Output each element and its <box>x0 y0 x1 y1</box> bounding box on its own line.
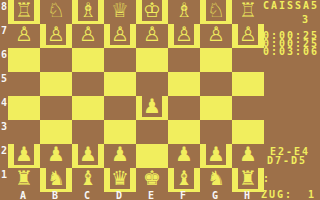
square-b4[interactable] <box>40 96 72 120</box>
file-label-b: B <box>52 191 58 200</box>
piece-block: ♙ <box>78 24 98 45</box>
piece-block: ♙ <box>110 24 130 45</box>
square-e6[interactable] <box>136 48 168 72</box>
piece-black-queen[interactable]: ♕ <box>111 0 129 20</box>
piece-block: ♘ <box>206 0 226 21</box>
piece-white-pawn[interactable]: ♟ <box>79 144 97 164</box>
rank-label-7: 7 <box>1 26 7 35</box>
piece-black-bishop[interactable]: ♗ <box>175 0 193 20</box>
file-label-g: G <box>212 191 218 200</box>
square-f1[interactable]: ♝ <box>168 168 200 192</box>
piece-black-rook[interactable]: ♖ <box>15 0 33 20</box>
square-b3[interactable] <box>40 120 72 144</box>
rank-label-4: 4 <box>1 98 7 107</box>
piece-white-knight[interactable]: ♞ <box>207 168 225 188</box>
piece-block: ♘ <box>46 0 66 21</box>
piece-block: ♟ <box>238 144 258 165</box>
piece-white-bishop[interactable]: ♝ <box>79 168 97 188</box>
rank-label-2: 2 <box>1 146 7 155</box>
square-h6[interactable] <box>232 48 264 72</box>
piece-block: ♟ <box>14 144 34 165</box>
file-label-d: D <box>116 191 122 200</box>
piece-block: ♙ <box>206 24 226 45</box>
square-f6[interactable] <box>168 48 200 72</box>
square-f7[interactable]: ♙ <box>168 24 200 48</box>
piece-black-knight[interactable]: ♘ <box>207 0 225 20</box>
file-label-h: H <box>244 191 250 200</box>
move-counter-label: ZUG: <box>261 190 293 199</box>
square-a5[interactable] <box>8 72 40 96</box>
piece-white-pawn[interactable]: ♟ <box>207 144 225 164</box>
piece-white-pawn[interactable]: ♟ <box>47 144 65 164</box>
square-d2[interactable]: ♟ <box>104 144 136 168</box>
rank-label-3: 3 <box>1 122 7 131</box>
rank-label-1: 1 <box>1 170 7 179</box>
piece-block: ♞ <box>206 168 226 189</box>
square-d6[interactable] <box>104 48 136 72</box>
square-d1[interactable]: ♛ <box>104 168 136 192</box>
square-c2[interactable]: ♟ <box>72 144 104 168</box>
square-h2[interactable]: ♟ <box>232 144 264 168</box>
square-g5[interactable] <box>200 72 232 96</box>
piece-white-rook[interactable]: ♜ <box>15 168 33 188</box>
last-move-black: D7-D5 <box>267 156 307 165</box>
chess-board: ♖♘♗♕♔♗♘♖♙♙♙♙♙♙♙♙♟♟♟♟♟♟♟♟♜♞♝♛♚♝♞♜ <box>8 0 264 192</box>
piece-block: ♙ <box>14 24 34 45</box>
square-g6[interactable] <box>200 48 232 72</box>
square-c4[interactable] <box>72 96 104 120</box>
square-g7[interactable]: ♙ <box>200 24 232 48</box>
square-b7[interactable]: ♙ <box>40 24 72 48</box>
caissa-chess-screen: ♖♘♗♕♔♗♘♖♙♙♙♙♙♙♙♙♟♟♟♟♟♟♟♟♜♞♝♛♚♝♞♜ 8765432… <box>0 0 320 200</box>
move-input-prompt[interactable]: : <box>263 174 271 183</box>
square-c1[interactable]: ♝ <box>72 168 104 192</box>
square-h1[interactable]: ♜ <box>232 168 264 192</box>
piece-block: ♔ <box>142 0 162 21</box>
square-h3[interactable] <box>232 120 264 144</box>
piece-black-pawn[interactable]: ♙ <box>239 24 257 44</box>
piece-white-queen[interactable]: ♛ <box>111 168 129 188</box>
piece-block: ♙ <box>174 24 194 45</box>
piece-white-knight[interactable]: ♞ <box>47 168 65 188</box>
square-a7[interactable]: ♙ <box>8 24 40 48</box>
square-b1[interactable]: ♞ <box>40 168 72 192</box>
square-g2[interactable]: ♟ <box>200 144 232 168</box>
piece-block: ♞ <box>46 168 66 189</box>
rank-label-5: 5 <box>1 74 7 83</box>
square-h5[interactable] <box>232 72 264 96</box>
square-e8[interactable]: ♔ <box>136 0 168 24</box>
square-e2[interactable] <box>136 144 168 168</box>
piece-block: ♙ <box>46 24 66 45</box>
piece-block: ♛ <box>110 168 130 189</box>
piece-block: ♕ <box>110 0 130 21</box>
square-d7[interactable]: ♙ <box>104 24 136 48</box>
square-c3[interactable] <box>72 120 104 144</box>
piece-block: ♙ <box>142 24 162 45</box>
piece-white-king[interactable]: ♚ <box>143 168 161 188</box>
square-d3[interactable] <box>104 120 136 144</box>
square-a6[interactable] <box>8 48 40 72</box>
square-c5[interactable] <box>72 72 104 96</box>
square-c7[interactable]: ♙ <box>72 24 104 48</box>
square-h7[interactable]: ♙ <box>232 24 264 48</box>
square-a2[interactable]: ♟ <box>8 144 40 168</box>
piece-black-bishop[interactable]: ♗ <box>79 0 97 20</box>
square-e5[interactable] <box>136 72 168 96</box>
piece-white-rook[interactable]: ♜ <box>239 168 257 188</box>
square-g3[interactable] <box>200 120 232 144</box>
square-c6[interactable] <box>72 48 104 72</box>
square-e1[interactable]: ♚ <box>136 168 168 192</box>
square-b2[interactable]: ♟ <box>40 144 72 168</box>
square-f5[interactable] <box>168 72 200 96</box>
piece-block: ♟ <box>174 144 194 165</box>
piece-black-pawn[interactable]: ♙ <box>175 24 193 44</box>
piece-block: ♟ <box>46 144 66 165</box>
piece-black-rook[interactable]: ♖ <box>239 0 257 20</box>
piece-white-pawn[interactable]: ♟ <box>143 96 161 116</box>
clock-thinking: 0:03:06 <box>263 47 319 56</box>
square-a1[interactable]: ♜ <box>8 168 40 192</box>
square-b5[interactable] <box>40 72 72 96</box>
piece-block: ♜ <box>238 168 258 189</box>
piece-white-pawn[interactable]: ♟ <box>15 144 33 164</box>
square-g8[interactable]: ♘ <box>200 0 232 24</box>
piece-block: ♟ <box>78 144 98 165</box>
square-a8[interactable]: ♖ <box>8 0 40 24</box>
square-e4[interactable]: ♟ <box>136 96 168 120</box>
piece-black-pawn[interactable]: ♙ <box>47 24 65 44</box>
piece-black-pawn[interactable]: ♙ <box>207 24 225 44</box>
square-h8[interactable]: ♖ <box>232 0 264 24</box>
piece-block: ♗ <box>78 0 98 21</box>
square-a4[interactable] <box>8 96 40 120</box>
piece-block: ♚ <box>142 168 162 189</box>
square-f3[interactable] <box>168 120 200 144</box>
piece-black-pawn[interactable]: ♙ <box>143 24 161 44</box>
file-label-f: F <box>180 191 186 200</box>
piece-white-pawn[interactable]: ♟ <box>239 144 257 164</box>
piece-black-king[interactable]: ♔ <box>143 0 161 20</box>
square-e7[interactable]: ♙ <box>136 24 168 48</box>
piece-block: ♙ <box>238 24 258 45</box>
piece-black-pawn[interactable]: ♙ <box>111 24 129 44</box>
square-a3[interactable] <box>8 120 40 144</box>
square-f2[interactable]: ♟ <box>168 144 200 168</box>
piece-black-pawn[interactable]: ♙ <box>15 24 33 44</box>
file-label-e: E <box>148 191 154 200</box>
square-d5[interactable] <box>104 72 136 96</box>
square-h4[interactable] <box>232 96 264 120</box>
piece-block: ♟ <box>142 96 162 117</box>
piece-block: ♜ <box>14 168 34 189</box>
move-counter-value: 1 <box>308 190 316 199</box>
square-b6[interactable] <box>40 48 72 72</box>
file-label-c: C <box>84 191 90 200</box>
square-g4[interactable] <box>200 96 232 120</box>
piece-white-pawn[interactable]: ♟ <box>175 144 193 164</box>
level-indicator: 3 <box>302 15 310 24</box>
square-e3[interactable] <box>136 120 168 144</box>
piece-block: ♖ <box>238 0 258 21</box>
piece-block: ♗ <box>174 0 194 21</box>
piece-block: ♖ <box>14 0 34 21</box>
file-label-a: A <box>20 191 26 200</box>
square-d8[interactable]: ♕ <box>104 0 136 24</box>
square-g1[interactable]: ♞ <box>200 168 232 192</box>
square-c8[interactable]: ♗ <box>72 0 104 24</box>
app-title: CAISSA5 <box>263 1 319 10</box>
square-f4[interactable] <box>168 96 200 120</box>
rank-label-6: 6 <box>1 50 7 59</box>
piece-white-pawn[interactable]: ♟ <box>111 144 129 164</box>
piece-block: ♝ <box>78 168 98 189</box>
square-b8[interactable]: ♘ <box>40 0 72 24</box>
piece-block: ♟ <box>206 144 226 165</box>
piece-black-pawn[interactable]: ♙ <box>79 24 97 44</box>
piece-white-bishop[interactable]: ♝ <box>175 168 193 188</box>
rank-label-8: 8 <box>1 2 7 11</box>
piece-block: ♝ <box>174 168 194 189</box>
square-d4[interactable] <box>104 96 136 120</box>
square-f8[interactable]: ♗ <box>168 0 200 24</box>
piece-black-knight[interactable]: ♘ <box>47 0 65 20</box>
piece-block: ♟ <box>110 144 130 165</box>
